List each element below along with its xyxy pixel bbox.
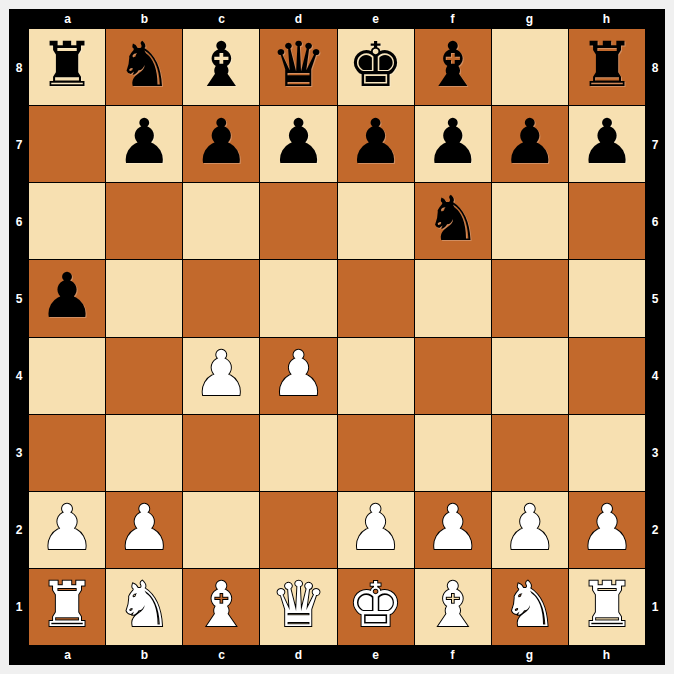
square-f2[interactable]: ♟ — [415, 492, 491, 568]
file-label-d: d — [260, 9, 337, 29]
file-label-f: f — [414, 9, 491, 29]
square-e1[interactable]: ♚ — [338, 569, 414, 645]
white-bishop[interactable]: ♝ — [194, 574, 250, 636]
white-pawn[interactable]: ♟ — [425, 497, 481, 559]
frame-corner-top-left — [9, 9, 29, 29]
square-e8[interactable]: ♚ — [338, 29, 414, 105]
black-bishop[interactable]: ♝ — [194, 34, 250, 96]
white-king[interactable]: ♚ — [348, 574, 404, 636]
white-pawn[interactable]: ♟ — [194, 343, 250, 405]
rank-label-5: 5 — [645, 260, 665, 337]
square-a5[interactable]: ♟ — [29, 260, 105, 336]
square-c7[interactable]: ♟ — [183, 106, 259, 182]
square-b6[interactable] — [106, 183, 182, 259]
square-e6[interactable] — [338, 183, 414, 259]
square-g8[interactable] — [492, 29, 568, 105]
black-knight[interactable]: ♞ — [425, 188, 481, 250]
file-label-h: h — [568, 645, 645, 665]
file-label-a: a — [29, 9, 106, 29]
rank-label-1: 1 — [9, 568, 29, 645]
square-a6[interactable] — [29, 183, 105, 259]
square-g5[interactable] — [492, 260, 568, 336]
square-d3[interactable] — [260, 415, 336, 491]
square-f3[interactable] — [415, 415, 491, 491]
black-pawn[interactable]: ♟ — [348, 111, 404, 173]
square-b3[interactable] — [106, 415, 182, 491]
rank-label-4: 4 — [9, 337, 29, 414]
square-a7[interactable] — [29, 106, 105, 182]
file-label-c: c — [183, 645, 260, 665]
black-pawn[interactable]: ♟ — [271, 111, 327, 173]
white-knight[interactable]: ♞ — [116, 574, 172, 636]
square-g2[interactable]: ♟ — [492, 492, 568, 568]
square-c8[interactable]: ♝ — [183, 29, 259, 105]
black-rook[interactable]: ♜ — [579, 34, 635, 96]
square-f6[interactable]: ♞ — [415, 183, 491, 259]
rank-label-7: 7 — [645, 106, 665, 183]
square-g6[interactable] — [492, 183, 568, 259]
square-g3[interactable] — [492, 415, 568, 491]
square-f1[interactable]: ♝ — [415, 569, 491, 645]
square-h5[interactable] — [569, 260, 645, 336]
white-pawn[interactable]: ♟ — [579, 497, 635, 559]
square-e5[interactable] — [338, 260, 414, 336]
square-c6[interactable] — [183, 183, 259, 259]
file-label-e: e — [337, 645, 414, 665]
square-a1[interactable]: ♜ — [29, 569, 105, 645]
black-king[interactable]: ♚ — [348, 34, 404, 96]
white-pawn[interactable]: ♟ — [39, 497, 95, 559]
rank-label-3: 3 — [645, 414, 665, 491]
black-rook[interactable]: ♜ — [39, 34, 95, 96]
rank-label-8: 8 — [9, 29, 29, 106]
black-pawn[interactable]: ♟ — [39, 265, 95, 327]
page-background: { "game": "chess", "position": { "fen": … — [0, 0, 674, 674]
square-d1[interactable]: ♛ — [260, 569, 336, 645]
square-f4[interactable] — [415, 338, 491, 414]
file-label-e: e — [337, 9, 414, 29]
square-d4[interactable]: ♟ — [260, 338, 336, 414]
square-h6[interactable] — [569, 183, 645, 259]
white-pawn[interactable]: ♟ — [271, 343, 327, 405]
white-pawn[interactable]: ♟ — [116, 497, 172, 559]
white-knight[interactable]: ♞ — [502, 574, 558, 636]
file-label-b: b — [106, 9, 183, 29]
square-f5[interactable] — [415, 260, 491, 336]
square-b7[interactable]: ♟ — [106, 106, 182, 182]
square-e2[interactable]: ♟ — [338, 492, 414, 568]
black-pawn[interactable]: ♟ — [502, 111, 558, 173]
black-pawn[interactable]: ♟ — [116, 111, 172, 173]
square-g1[interactable]: ♞ — [492, 569, 568, 645]
rank-labels-right: 87654321 — [645, 29, 665, 645]
square-h3[interactable] — [569, 415, 645, 491]
square-b1[interactable]: ♞ — [106, 569, 182, 645]
frame-corner-bottom-left — [9, 645, 29, 665]
file-label-f: f — [414, 645, 491, 665]
black-pawn[interactable]: ♟ — [194, 111, 250, 173]
square-c4[interactable]: ♟ — [183, 338, 259, 414]
white-pawn[interactable]: ♟ — [348, 497, 404, 559]
file-label-h: h — [568, 9, 645, 29]
square-h2[interactable]: ♟ — [569, 492, 645, 568]
square-h4[interactable] — [569, 338, 645, 414]
file-label-d: d — [260, 645, 337, 665]
black-bishop[interactable]: ♝ — [425, 34, 481, 96]
square-a4[interactable] — [29, 338, 105, 414]
white-queen[interactable]: ♛ — [271, 574, 327, 636]
white-rook[interactable]: ♜ — [579, 574, 635, 636]
chessboard: ♜♞♝♛♚♝♜♟♟♟♟♟♟♟♞♟♟♟♟♟♟♟♟♟♜♞♝♛♚♝♞♜ — [29, 29, 645, 645]
rank-label-5: 5 — [9, 260, 29, 337]
square-b4[interactable] — [106, 338, 182, 414]
file-labels-bottom: abcdefgh — [29, 645, 645, 665]
frame-corner-top-right — [645, 9, 665, 29]
rank-label-7: 7 — [9, 106, 29, 183]
white-rook[interactable]: ♜ — [39, 574, 95, 636]
square-d7[interactable]: ♟ — [260, 106, 336, 182]
square-d5[interactable] — [260, 260, 336, 336]
rank-label-3: 3 — [9, 414, 29, 491]
square-c2[interactable] — [183, 492, 259, 568]
square-c5[interactable] — [183, 260, 259, 336]
square-d2[interactable] — [260, 492, 336, 568]
rank-label-2: 2 — [645, 491, 665, 568]
file-label-a: a — [29, 645, 106, 665]
square-b8[interactable]: ♞ — [106, 29, 182, 105]
square-e3[interactable] — [338, 415, 414, 491]
square-f7[interactable]: ♟ — [415, 106, 491, 182]
rank-label-6: 6 — [645, 183, 665, 260]
square-h7[interactable]: ♟ — [569, 106, 645, 182]
square-c3[interactable] — [183, 415, 259, 491]
rank-label-4: 4 — [645, 337, 665, 414]
rank-label-1: 1 — [645, 568, 665, 645]
rank-label-6: 6 — [9, 183, 29, 260]
square-c1[interactable]: ♝ — [183, 569, 259, 645]
white-bishop[interactable]: ♝ — [425, 574, 481, 636]
file-label-b: b — [106, 645, 183, 665]
rank-labels-left: 87654321 — [9, 29, 29, 645]
square-e7[interactable]: ♟ — [338, 106, 414, 182]
file-label-g: g — [491, 9, 568, 29]
square-a8[interactable]: ♜ — [29, 29, 105, 105]
square-b5[interactable] — [106, 260, 182, 336]
file-label-c: c — [183, 9, 260, 29]
square-a3[interactable] — [29, 415, 105, 491]
square-h1[interactable]: ♜ — [569, 569, 645, 645]
square-d8[interactable]: ♛ — [260, 29, 336, 105]
square-e4[interactable] — [338, 338, 414, 414]
square-d6[interactable] — [260, 183, 336, 259]
black-pawn[interactable]: ♟ — [425, 111, 481, 173]
frame-corner-bottom-right — [645, 645, 665, 665]
square-g4[interactable] — [492, 338, 568, 414]
black-knight[interactable]: ♞ — [116, 34, 172, 96]
chessboard-frame: abcdefgh 87654321 ♜♞♝♛♚♝♜♟♟♟♟♟♟♟♞♟♟♟♟♟♟♟… — [9, 9, 665, 665]
rank-label-8: 8 — [645, 29, 665, 106]
black-queen[interactable]: ♛ — [271, 34, 327, 96]
black-pawn[interactable]: ♟ — [579, 111, 635, 173]
square-b2[interactable]: ♟ — [106, 492, 182, 568]
square-f8[interactable]: ♝ — [415, 29, 491, 105]
square-g7[interactable]: ♟ — [492, 106, 568, 182]
file-labels-top: abcdefgh — [29, 9, 645, 29]
file-label-g: g — [491, 645, 568, 665]
square-h8[interactable]: ♜ — [569, 29, 645, 105]
square-a2[interactable]: ♟ — [29, 492, 105, 568]
rank-label-2: 2 — [9, 491, 29, 568]
white-pawn[interactable]: ♟ — [502, 497, 558, 559]
